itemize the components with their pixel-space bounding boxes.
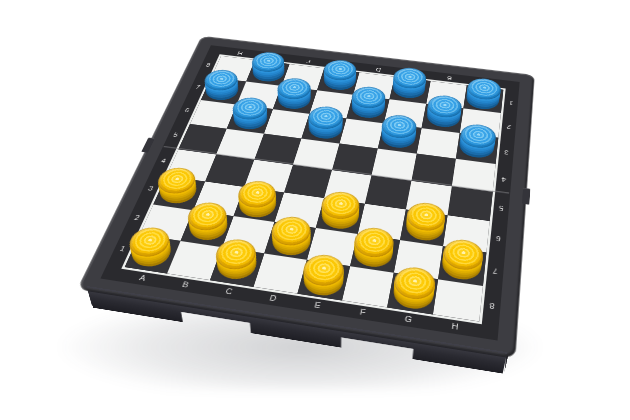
yellow-piece-g1[interactable] bbox=[391, 276, 436, 313]
yellow-piece-a1[interactable] bbox=[127, 236, 176, 270]
square-a1[interactable] bbox=[125, 235, 181, 274]
rank-label-right-1: 1 bbox=[503, 90, 519, 115]
blue-piece-d8[interactable] bbox=[321, 69, 358, 92]
rank-label-right-3: 3 bbox=[498, 138, 515, 166]
rank-label-right-4: 4 bbox=[495, 164, 512, 194]
blue-piece-d6[interactable] bbox=[306, 116, 346, 142]
square-f4[interactable] bbox=[365, 175, 412, 209]
blue-piece-f8[interactable] bbox=[391, 77, 427, 101]
square-e7[interactable] bbox=[346, 95, 389, 123]
board-sheet: HGFEDCBA ABCDEFGH 87654321 12345678 bbox=[100, 45, 519, 340]
square-h8[interactable] bbox=[463, 85, 503, 113]
rank-label-right-5: 5 bbox=[492, 192, 510, 224]
square-f8[interactable] bbox=[389, 77, 430, 104]
square-c3[interactable] bbox=[234, 187, 284, 222]
square-h6[interactable] bbox=[456, 133, 498, 164]
square-g3[interactable] bbox=[400, 209, 447, 246]
square-h1[interactable] bbox=[433, 279, 483, 321]
yellow-piece-g3[interactable] bbox=[404, 212, 446, 244]
photo-background: HGFEDCBA ABCDEFGH 87654321 12345678 bbox=[0, 0, 630, 420]
square-f2[interactable] bbox=[350, 234, 400, 273]
blue-piece-h8[interactable] bbox=[465, 88, 500, 112]
blue-piece-c7[interactable] bbox=[275, 87, 314, 111]
rank-label-right-7: 7 bbox=[486, 253, 505, 289]
hinge-right bbox=[522, 188, 531, 205]
blue-piece-f6[interactable] bbox=[379, 124, 417, 151]
yellow-piece-e1[interactable] bbox=[300, 263, 346, 299]
square-h2[interactable] bbox=[438, 246, 486, 286]
blue-piece-e7[interactable] bbox=[349, 96, 387, 121]
square-b4[interactable] bbox=[205, 154, 254, 187]
checkers-board-3d: HGFEDCBA ABCDEFGH 87654321 12345678 bbox=[78, 36, 534, 358]
square-e1[interactable] bbox=[297, 260, 350, 301]
yellow-piece-c3[interactable] bbox=[235, 190, 279, 221]
rank-label-right-2: 2 bbox=[501, 113, 517, 140]
blue-piece-g7[interactable] bbox=[425, 105, 462, 131]
square-g1[interactable] bbox=[387, 273, 438, 315]
yellow-piece-f2[interactable] bbox=[351, 237, 395, 271]
square-d6[interactable] bbox=[301, 114, 346, 144]
scene: HGFEDCBA ABCDEFGH 87654321 12345678 bbox=[0, 0, 630, 420]
yellow-piece-c1[interactable] bbox=[213, 248, 261, 283]
square-f6[interactable] bbox=[378, 123, 422, 153]
yellow-piece-h2[interactable] bbox=[440, 248, 483, 283]
yellow-piece-e3[interactable] bbox=[319, 201, 362, 233]
blue-piece-a7[interactable] bbox=[202, 79, 242, 103]
rank-label-right-6: 6 bbox=[489, 222, 507, 256]
yellow-piece-a3[interactable] bbox=[155, 177, 201, 207]
checkers-board bbox=[125, 56, 504, 322]
blue-piece-h6[interactable] bbox=[458, 134, 495, 161]
square-e3[interactable] bbox=[316, 198, 365, 234]
